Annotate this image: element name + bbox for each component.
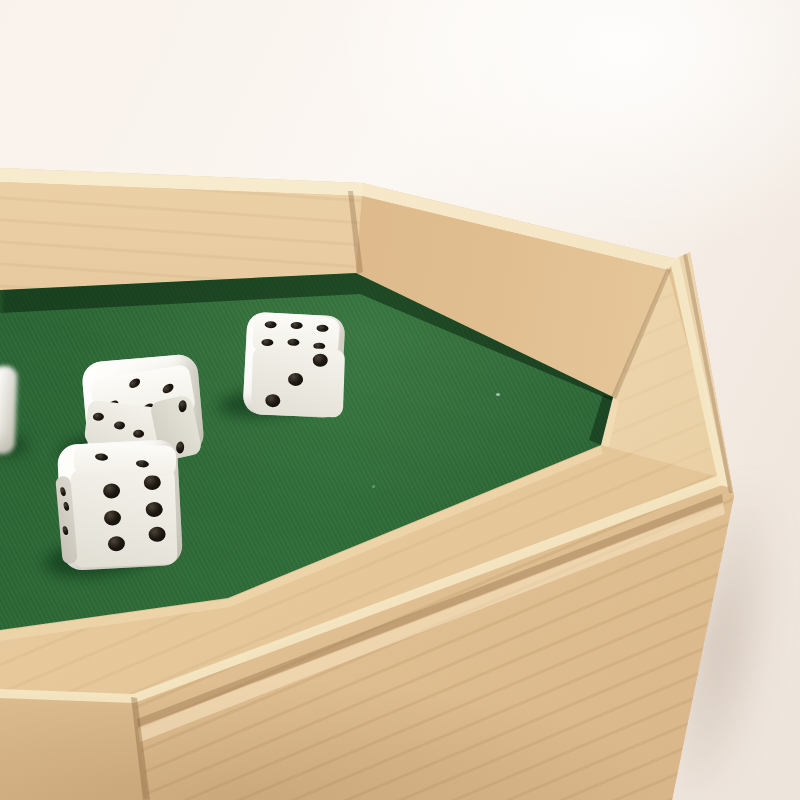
pip — [265, 393, 280, 407]
pip — [134, 430, 145, 438]
pip — [114, 421, 125, 429]
pip — [135, 460, 149, 469]
dice-layer — [0, 0, 800, 800]
pip — [265, 321, 277, 328]
pip — [161, 382, 175, 395]
pip — [63, 502, 70, 512]
pip — [145, 501, 163, 517]
die-3 — [58, 440, 182, 570]
die-1-front-face — [251, 346, 345, 417]
pip — [288, 339, 300, 346]
pip — [316, 325, 328, 332]
die-3-front-face — [70, 466, 177, 568]
pip — [127, 376, 141, 389]
pip — [291, 322, 303, 329]
dice-tray-photo — [0, 0, 800, 800]
pip — [95, 453, 109, 462]
pip — [108, 536, 126, 552]
die-4 — [0, 364, 18, 456]
die-3-top-face — [74, 444, 177, 476]
pip — [262, 339, 274, 346]
pip — [62, 526, 69, 536]
die-1 — [243, 312, 345, 418]
pip — [312, 354, 327, 368]
pip — [60, 487, 67, 497]
pip — [93, 413, 104, 421]
pip — [143, 475, 161, 491]
pip — [148, 527, 166, 543]
pip — [103, 483, 121, 499]
pip — [288, 373, 303, 387]
pip — [178, 400, 187, 413]
die-body — [0, 366, 18, 455]
pip — [104, 511, 122, 527]
